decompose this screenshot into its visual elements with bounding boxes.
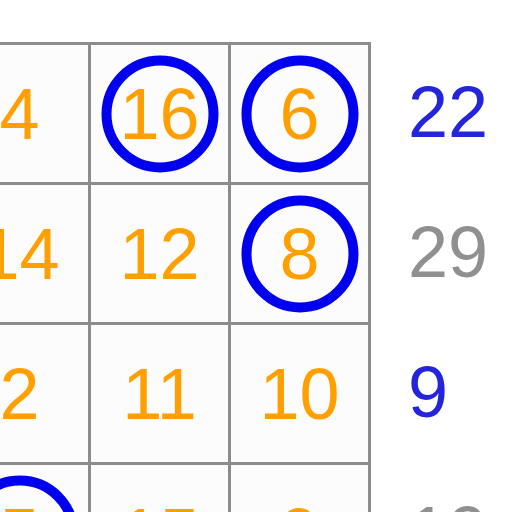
- cell-number: 4: [0, 78, 40, 150]
- row-target-2: 29: [408, 182, 488, 322]
- cell-number: 11: [122, 358, 197, 430]
- puzzle-grid: 4 16 6 14 12 8 2 11 10 5 15 9: [0, 42, 371, 512]
- cell-number: 15: [119, 498, 199, 512]
- grid-cell-r2c3[interactable]: 8: [231, 185, 371, 325]
- grid-cell-r4c1[interactable]: 5: [0, 465, 91, 512]
- grid-cell-r1c2[interactable]: 16: [91, 45, 231, 185]
- row-target-3: 9: [408, 322, 488, 462]
- row-target-4: 19: [408, 462, 488, 512]
- cell-number: 12: [119, 218, 199, 290]
- grid-cell-r1c3[interactable]: 6: [231, 45, 371, 185]
- grid-cell-r3c1[interactable]: 2: [0, 325, 91, 465]
- grid-cell-r4c2[interactable]: 15: [91, 465, 231, 512]
- cell-number: 9: [279, 498, 319, 512]
- row-target-1: 22: [408, 42, 488, 182]
- cell-number: 14: [0, 218, 60, 290]
- cell-number: 5: [0, 498, 40, 512]
- grid-cell-r4c3[interactable]: 9: [231, 465, 371, 512]
- grid-cell-r1c1[interactable]: 4: [0, 45, 91, 185]
- cell-number: 8: [279, 218, 319, 290]
- grid-cell-r3c2[interactable]: 11: [91, 325, 231, 465]
- grid-cell-r2c2[interactable]: 12: [91, 185, 231, 325]
- grid-cell-r3c3[interactable]: 10: [231, 325, 371, 465]
- cell-number: 2: [0, 358, 40, 430]
- cell-number: 6: [279, 78, 319, 150]
- grid-cell-r2c1[interactable]: 14: [0, 185, 91, 325]
- row-target-column: 22 29 9 19: [408, 42, 488, 512]
- cell-number: 16: [119, 78, 199, 150]
- cell-number: 10: [259, 358, 339, 430]
